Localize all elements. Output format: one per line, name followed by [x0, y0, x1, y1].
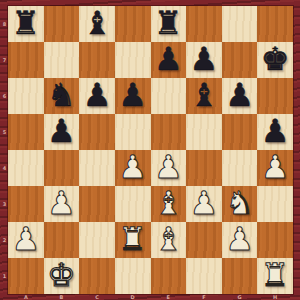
- square-b5[interactable]: ♟: [44, 114, 80, 150]
- square-h2[interactable]: [257, 222, 293, 258]
- rank-label-8: 8: [2, 22, 7, 27]
- black-pawn: ♟: [79, 78, 115, 114]
- square-c1[interactable]: [79, 258, 115, 294]
- white-pawn: ♟: [186, 186, 222, 222]
- rank-label-2: 2: [2, 238, 7, 243]
- rank-label-3: 3: [2, 202, 7, 207]
- square-b4[interactable]: [44, 150, 80, 186]
- square-f4[interactable]: [186, 150, 222, 186]
- square-a5[interactable]: [8, 114, 44, 150]
- square-c3[interactable]: [79, 186, 115, 222]
- square-b6[interactable]: ♞: [44, 78, 80, 114]
- square-f5[interactable]: [186, 114, 222, 150]
- square-g4[interactable]: [222, 150, 258, 186]
- square-c5[interactable]: [79, 114, 115, 150]
- black-pawn: ♟: [44, 114, 80, 150]
- black-bishop: ♝: [186, 78, 222, 114]
- square-h4[interactable]: ♟: [257, 150, 293, 186]
- square-e3[interactable]: ♝: [151, 186, 187, 222]
- square-c2[interactable]: [79, 222, 115, 258]
- square-a7[interactable]: [8, 42, 44, 78]
- square-a2[interactable]: ♟: [8, 222, 44, 258]
- square-e7[interactable]: ♟: [151, 42, 187, 78]
- square-f1[interactable]: [186, 258, 222, 294]
- rank-label-4: 4: [2, 166, 7, 171]
- square-g3[interactable]: ♞: [222, 186, 258, 222]
- square-f8[interactable]: [186, 6, 222, 42]
- square-e6[interactable]: [151, 78, 187, 114]
- square-h5[interactable]: ♟: [257, 114, 293, 150]
- square-e5[interactable]: [151, 114, 187, 150]
- chess-diagram: ♜♝♜♟♟♚♞♟♟♝♟♟♟♟♟♟♟♝♟♞♟♜♝♟♚♜ 87654321ABCDE…: [0, 0, 300, 300]
- file-label-e: E: [163, 294, 173, 300]
- square-b8[interactable]: [44, 6, 80, 42]
- black-rook: ♜: [151, 6, 187, 42]
- black-pawn: ♟: [151, 42, 187, 78]
- black-bishop: ♝: [79, 6, 115, 42]
- square-a3[interactable]: [8, 186, 44, 222]
- square-f3[interactable]: ♟: [186, 186, 222, 222]
- square-a1[interactable]: [8, 258, 44, 294]
- square-g2[interactable]: ♟: [222, 222, 258, 258]
- file-label-f: F: [199, 294, 209, 300]
- square-f7[interactable]: ♟: [186, 42, 222, 78]
- square-g5[interactable]: [222, 114, 258, 150]
- black-pawn: ♟: [257, 114, 293, 150]
- square-h8[interactable]: [257, 6, 293, 42]
- rank-label-5: 5: [2, 130, 7, 135]
- black-pawn: ♟: [222, 78, 258, 114]
- square-g8[interactable]: [222, 6, 258, 42]
- black-king: ♚: [257, 42, 293, 78]
- white-bishop: ♝: [151, 222, 187, 258]
- square-b1[interactable]: ♚: [44, 258, 80, 294]
- rank-label-1: 1: [2, 274, 7, 279]
- file-label-g: G: [235, 294, 245, 300]
- square-g7[interactable]: [222, 42, 258, 78]
- square-g1[interactable]: [222, 258, 258, 294]
- square-d7[interactable]: [115, 42, 151, 78]
- file-label-d: D: [128, 294, 138, 300]
- file-label-b: B: [56, 294, 66, 300]
- square-c4[interactable]: [79, 150, 115, 186]
- white-knight: ♞: [222, 186, 258, 222]
- square-c7[interactable]: [79, 42, 115, 78]
- square-d2[interactable]: ♜: [115, 222, 151, 258]
- white-pawn: ♟: [44, 186, 80, 222]
- black-rook: ♜: [8, 6, 44, 42]
- rank-label-7: 7: [2, 58, 7, 63]
- square-h7[interactable]: ♚: [257, 42, 293, 78]
- square-e2[interactable]: ♝: [151, 222, 187, 258]
- white-pawn: ♟: [8, 222, 44, 258]
- white-pawn: ♟: [151, 150, 187, 186]
- square-d8[interactable]: [115, 6, 151, 42]
- square-h6[interactable]: [257, 78, 293, 114]
- file-label-a: A: [21, 294, 31, 300]
- white-rook: ♜: [257, 258, 293, 294]
- square-g6[interactable]: ♟: [222, 78, 258, 114]
- square-d4[interactable]: ♟: [115, 150, 151, 186]
- square-h3[interactable]: [257, 186, 293, 222]
- square-b2[interactable]: [44, 222, 80, 258]
- square-c6[interactable]: ♟: [79, 78, 115, 114]
- square-e4[interactable]: ♟: [151, 150, 187, 186]
- square-b7[interactable]: [44, 42, 80, 78]
- square-d6[interactable]: ♟: [115, 78, 151, 114]
- rank-label-6: 6: [2, 94, 7, 99]
- square-h1[interactable]: ♜: [257, 258, 293, 294]
- black-pawn: ♟: [115, 78, 151, 114]
- square-d1[interactable]: [115, 258, 151, 294]
- white-king: ♚: [44, 258, 80, 294]
- black-pawn: ♟: [186, 42, 222, 78]
- square-d5[interactable]: [115, 114, 151, 150]
- white-pawn: ♟: [222, 222, 258, 258]
- file-label-c: C: [92, 294, 102, 300]
- chess-board: ♜♝♜♟♟♚♞♟♟♝♟♟♟♟♟♟♟♝♟♞♟♜♝♟♚♜: [8, 6, 293, 294]
- square-e8[interactable]: ♜: [151, 6, 187, 42]
- square-f2[interactable]: [186, 222, 222, 258]
- white-pawn: ♟: [257, 150, 293, 186]
- white-rook: ♜: [115, 222, 151, 258]
- white-bishop: ♝: [151, 186, 187, 222]
- file-label-h: H: [270, 294, 280, 300]
- square-b3[interactable]: ♟: [44, 186, 80, 222]
- square-a4[interactable]: [8, 150, 44, 186]
- black-knight: ♞: [44, 78, 80, 114]
- square-d3[interactable]: [115, 186, 151, 222]
- square-c8[interactable]: ♝: [79, 6, 115, 42]
- square-f6[interactable]: ♝: [186, 78, 222, 114]
- square-a6[interactable]: [8, 78, 44, 114]
- white-pawn: ♟: [115, 150, 151, 186]
- square-e1[interactable]: [151, 258, 187, 294]
- square-a8[interactable]: ♜: [8, 6, 44, 42]
